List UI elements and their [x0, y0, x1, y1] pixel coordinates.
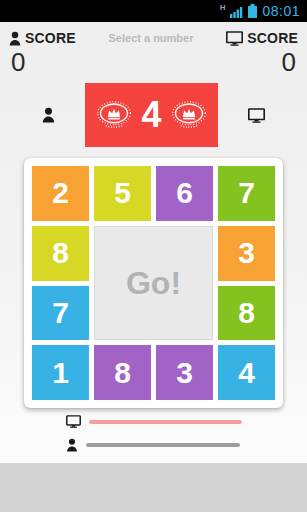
go-button[interactable]: Go!	[94, 226, 213, 341]
status-bar: H 08:01	[0, 0, 307, 22]
bottom-strip	[0, 463, 307, 512]
tile-number: 6	[176, 176, 193, 210]
target-number: 4	[139, 94, 163, 136]
player-score-label: SCORE	[25, 30, 76, 46]
board-tile[interactable]: 3	[218, 226, 275, 281]
person-icon	[66, 438, 78, 452]
crown-badge-icon	[171, 100, 207, 130]
app-screen: H 08:01	[0, 0, 307, 512]
monitor-icon	[66, 415, 81, 428]
player-score-group: SCORE	[9, 30, 76, 46]
computer-score-label: SCORE	[247, 30, 298, 46]
player-timer-row	[66, 438, 242, 452]
board-tile[interactable]: 6	[156, 166, 213, 221]
person-icon	[9, 31, 21, 46]
person-icon	[42, 107, 55, 123]
battery-icon	[248, 4, 257, 18]
tile-number: 3	[238, 236, 255, 270]
monitor-icon	[226, 31, 243, 46]
game-area: SCORE Select a number SCORE 0 0	[0, 22, 307, 463]
prompt-text: Select a number	[76, 32, 226, 44]
player-time-bar	[86, 443, 240, 447]
player-score-value: 0	[11, 48, 25, 76]
clock: 08:01	[262, 3, 300, 19]
tile-number: 7	[52, 296, 69, 330]
number-board: 2 5 6 7 8 Go! 3 7 8 1 8 3 4	[32, 166, 275, 400]
tile-number: 5	[114, 176, 131, 210]
crown-badge-icon	[96, 100, 132, 130]
tile-number: 8	[238, 296, 255, 330]
computer-score-value: 0	[282, 48, 296, 76]
board-tile[interactable]: 1	[32, 345, 89, 400]
tile-number: 8	[52, 236, 69, 270]
network-type-indicator: H	[220, 3, 226, 12]
board-tile[interactable]: 3	[156, 345, 213, 400]
score-values: 0 0	[0, 46, 307, 76]
board-tile[interactable]: 8	[32, 226, 89, 281]
board-card: 2 5 6 7 8 Go! 3 7 8 1 8 3 4	[24, 158, 283, 408]
tile-number: 8	[114, 356, 131, 390]
go-button-label: Go!	[126, 265, 181, 302]
board-tile[interactable]: 4	[218, 345, 275, 400]
computer-score-group: SCORE	[226, 30, 298, 46]
tile-number: 3	[176, 356, 193, 390]
tile-number: 1	[52, 356, 69, 390]
timer-bars	[0, 415, 307, 452]
board-tile[interactable]: 8	[218, 286, 275, 341]
board-tile[interactable]: 5	[94, 166, 151, 221]
tile-number: 7	[238, 176, 255, 210]
computer-timer-row	[66, 415, 242, 428]
target-row: 4	[0, 83, 307, 147]
tile-number: 4	[238, 356, 255, 390]
target-banner: 4	[85, 83, 218, 147]
board-tile[interactable]: 7	[32, 286, 89, 341]
tile-number: 2	[52, 176, 69, 210]
monitor-icon	[248, 108, 265, 123]
signal-icon	[230, 5, 243, 18]
score-header: SCORE Select a number SCORE	[0, 22, 307, 46]
board-tile[interactable]: 2	[32, 166, 89, 221]
board-tile[interactable]: 8	[94, 345, 151, 400]
computer-time-bar	[89, 420, 242, 424]
board-tile[interactable]: 7	[218, 166, 275, 221]
